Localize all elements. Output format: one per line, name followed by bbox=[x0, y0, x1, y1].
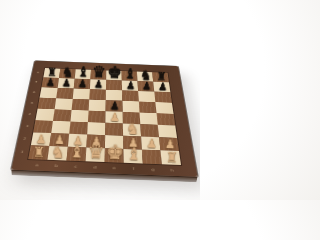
white-knight-f3[interactable]: ♞ bbox=[125, 121, 139, 136]
black-rook-a8[interactable]: ♜ bbox=[46, 67, 56, 78]
square-a7[interactable]: ♟ bbox=[42, 77, 60, 87]
black-pawn-c7[interactable]: ♟ bbox=[77, 78, 87, 89]
rank-label-2: 2 bbox=[22, 132, 27, 145]
square-h8[interactable]: ♜ bbox=[152, 72, 169, 82]
rank-label-8: 8 bbox=[36, 68, 40, 77]
square-c7[interactable]: ♟ bbox=[74, 79, 91, 89]
file-label-a: a bbox=[27, 163, 47, 167]
chess-board-grid: ♜♞♝♛♚♝♞♜♟♟♟♟♟♟♟♟♟♞♟♟♟♟♟♟♟♜♞♝♛♚♝♜ bbox=[28, 68, 181, 165]
square-h1[interactable]: ♜ bbox=[160, 150, 181, 165]
square-g8[interactable]: ♞ bbox=[137, 72, 153, 82]
black-queen-d8[interactable]: ♛ bbox=[91, 64, 106, 80]
square-h4[interactable] bbox=[157, 113, 176, 125]
black-pawn-a7[interactable]: ♟ bbox=[45, 77, 55, 88]
black-bishop-c8[interactable]: ♝ bbox=[76, 65, 89, 79]
file-label-c: c bbox=[66, 165, 86, 169]
white-queen-d1[interactable]: ♛ bbox=[87, 142, 105, 162]
file-label-b: b bbox=[46, 164, 66, 168]
square-c5[interactable] bbox=[72, 99, 90, 111]
white-rook-h1[interactable]: ♜ bbox=[165, 151, 178, 165]
square-b4[interactable] bbox=[53, 109, 72, 121]
square-f5[interactable] bbox=[122, 101, 139, 113]
square-d3[interactable] bbox=[87, 122, 105, 135]
square-g7[interactable]: ♟ bbox=[138, 81, 155, 92]
white-king-e1[interactable]: ♚ bbox=[105, 142, 124, 163]
square-d7[interactable]: ♟ bbox=[90, 79, 106, 90]
black-rook-h8[interactable]: ♜ bbox=[156, 71, 166, 82]
square-e1[interactable]: ♚ bbox=[105, 148, 124, 163]
square-f3[interactable]: ♞ bbox=[123, 124, 141, 137]
chess-board-frame: ♜♞♝♛♚♝♞♜♟♟♟♟♟♟♟♟♟♞♟♟♟♟♟♟♟♜♞♝♛♚♝♜ abcdefg… bbox=[11, 61, 197, 177]
square-f6[interactable] bbox=[122, 90, 139, 101]
square-a8[interactable]: ♜ bbox=[43, 68, 60, 78]
black-pawn-f7[interactable]: ♟ bbox=[125, 80, 135, 91]
square-b3[interactable] bbox=[51, 121, 70, 134]
square-a1[interactable]: ♜ bbox=[28, 145, 49, 159]
square-a3[interactable] bbox=[33, 120, 53, 133]
square-h5[interactable] bbox=[155, 102, 173, 114]
square-g1[interactable] bbox=[142, 150, 162, 165]
square-e7[interactable] bbox=[106, 80, 122, 91]
square-c8[interactable]: ♝ bbox=[75, 69, 91, 79]
white-knight-b1[interactable]: ♞ bbox=[50, 144, 65, 160]
file-label-h: h bbox=[162, 169, 182, 173]
file-label-e: e bbox=[105, 166, 124, 170]
white-bishop-c1[interactable]: ♝ bbox=[69, 144, 85, 161]
square-h3[interactable] bbox=[158, 125, 177, 138]
square-f7[interactable]: ♟ bbox=[122, 80, 138, 91]
rank-label-3: 3 bbox=[25, 120, 30, 132]
rank-label-7: 7 bbox=[34, 77, 38, 87]
rank-label-6: 6 bbox=[32, 87, 37, 97]
square-a5[interactable] bbox=[38, 98, 57, 110]
black-king-e8[interactable]: ♚ bbox=[106, 64, 121, 81]
file-label-f: f bbox=[124, 167, 143, 171]
square-g5[interactable] bbox=[139, 101, 157, 113]
square-e6[interactable] bbox=[106, 90, 123, 101]
square-a6[interactable] bbox=[40, 87, 58, 98]
square-h7[interactable]: ♟ bbox=[153, 82, 170, 93]
square-e8[interactable]: ♚ bbox=[106, 70, 122, 80]
rank-label-1: 1 bbox=[19, 145, 25, 159]
square-c4[interactable] bbox=[70, 110, 88, 122]
square-g6[interactable] bbox=[138, 91, 155, 102]
square-b8[interactable]: ♞ bbox=[59, 69, 76, 79]
square-g3[interactable] bbox=[140, 124, 159, 137]
square-d5[interactable] bbox=[89, 100, 106, 112]
square-c3[interactable] bbox=[69, 122, 88, 135]
rank-label-4: 4 bbox=[27, 108, 32, 120]
file-label-d: d bbox=[85, 166, 104, 170]
white-pawn-e4[interactable]: ♟ bbox=[109, 112, 120, 124]
black-knight-g8[interactable]: ♞ bbox=[139, 68, 151, 81]
black-bishop-f8[interactable]: ♝ bbox=[123, 67, 136, 81]
square-a4[interactable] bbox=[35, 109, 54, 121]
black-pawn-g7[interactable]: ♟ bbox=[141, 81, 151, 92]
black-pawn-h7[interactable]: ♟ bbox=[157, 81, 167, 92]
square-d4[interactable] bbox=[88, 111, 106, 123]
square-b5[interactable] bbox=[55, 98, 73, 110]
square-f8[interactable]: ♝ bbox=[122, 71, 138, 81]
square-b7[interactable]: ♟ bbox=[58, 78, 75, 88]
square-c6[interactable] bbox=[73, 89, 90, 100]
square-d1[interactable]: ♛ bbox=[86, 147, 105, 162]
square-h6[interactable] bbox=[154, 92, 172, 103]
photo-scene: ♜♞♝♛♚♝♞♜♟♟♟♟♟♟♟♟♟♞♟♟♟♟♟♟♟♜♞♝♛♚♝♜ abcdefg… bbox=[0, 0, 200, 200]
black-knight-b8[interactable]: ♞ bbox=[61, 65, 73, 78]
white-bishop-f1[interactable]: ♝ bbox=[126, 146, 142, 163]
rank-label-5: 5 bbox=[30, 97, 35, 108]
square-e4[interactable]: ♟ bbox=[105, 111, 122, 123]
square-f1[interactable]: ♝ bbox=[123, 149, 142, 164]
square-b1[interactable]: ♞ bbox=[47, 146, 67, 161]
black-pawn-d7[interactable]: ♟ bbox=[93, 79, 103, 90]
board-tilt-wrapper: ♜♞♝♛♚♝♞♜♟♟♟♟♟♟♟♟♟♞♟♟♟♟♟♟♟♜♞♝♛♚♝♜ abcdefg… bbox=[0, 0, 200, 200]
square-g4[interactable] bbox=[140, 113, 158, 125]
square-d6[interactable] bbox=[89, 89, 106, 100]
square-b6[interactable] bbox=[56, 88, 74, 99]
square-e3[interactable] bbox=[105, 123, 123, 136]
white-pawn-g2[interactable]: ♟ bbox=[146, 138, 157, 150]
white-rook-a1[interactable]: ♜ bbox=[32, 146, 45, 160]
file-label-g: g bbox=[143, 168, 163, 172]
square-c1[interactable]: ♝ bbox=[67, 147, 87, 162]
square-d8[interactable]: ♛ bbox=[90, 70, 106, 80]
black-pawn-b7[interactable]: ♟ bbox=[61, 78, 71, 89]
square-g2[interactable]: ♟ bbox=[141, 137, 160, 151]
